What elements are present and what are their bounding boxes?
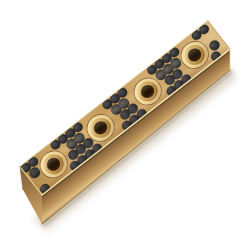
product-photo	[0, 0, 250, 250]
wear-plate-image	[0, 0, 250, 250]
front-top-edge-highlight	[42, 49, 230, 195]
